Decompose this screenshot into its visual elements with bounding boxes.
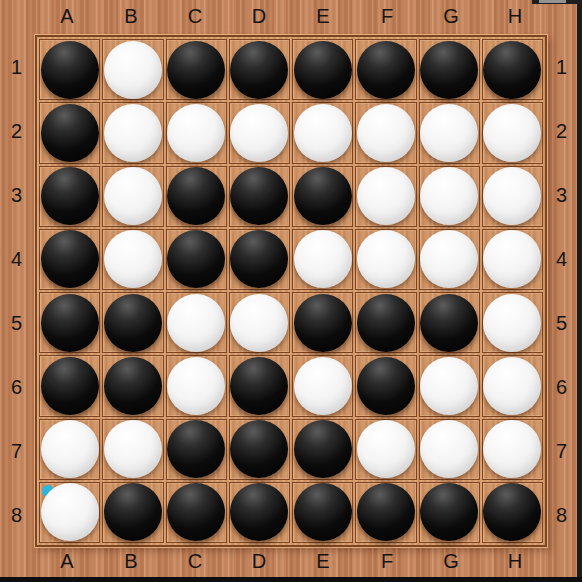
white-disc: ○ [420,167,478,225]
cell-C8[interactable]: ● [166,482,227,543]
white-disc: ○ [357,420,415,478]
cell-D5[interactable]: ○ [229,292,290,353]
column-label: H [483,545,547,578]
black-disc: ● [104,483,162,541]
cell-H2[interactable]: ○ [482,102,543,163]
cell-E7[interactable]: ● [292,419,353,480]
black-disc: ● [420,41,478,99]
cell-B3[interactable]: ○ [102,166,163,227]
row-label: 8 [545,483,578,547]
row-label: 8 [0,483,33,547]
cell-C4[interactable]: ● [166,229,227,290]
column-label: C [163,545,227,578]
cell-H4[interactable]: ○ [482,229,543,290]
black-disc: ● [41,104,99,162]
board-grid: ●○●●●●●●●○○○○○○○●○●●●○○○●○●●○○○○●●○○●●●○… [35,35,547,547]
cell-B8[interactable]: ● [102,482,163,543]
cell-F7[interactable]: ○ [355,419,416,480]
cell-C3[interactable]: ● [166,166,227,227]
row-labels-right: 12345678 [545,35,578,547]
cell-D2[interactable]: ○ [229,102,290,163]
white-disc: ○ [483,167,541,225]
row-label: 4 [0,227,33,291]
black-disc: ● [41,167,99,225]
cell-A1[interactable]: ● [39,39,100,100]
black-disc: ● [294,167,352,225]
cell-E4[interactable]: ○ [292,229,353,290]
cell-B5[interactable]: ● [102,292,163,353]
white-disc: ○ [483,230,541,288]
cell-A2[interactable]: ● [39,102,100,163]
cell-G8[interactable]: ● [419,482,480,543]
white-disc: ○ [420,104,478,162]
black-disc: ● [41,294,99,352]
cell-A6[interactable]: ● [39,355,100,416]
black-disc: ● [230,357,288,415]
black-disc: ● [41,230,99,288]
white-disc: ○ [483,357,541,415]
column-labels-bottom: ABCDEFGH [35,545,547,578]
cell-F6[interactable]: ● [355,355,416,416]
cell-G7[interactable]: ○ [419,419,480,480]
black-disc: ● [294,41,352,99]
cell-F1[interactable]: ● [355,39,416,100]
cell-A8[interactable]: ○ [39,482,100,543]
cell-B1[interactable]: ○ [102,39,163,100]
white-disc: ○ [483,420,541,478]
column-label: B [99,0,163,33]
cell-C6[interactable]: ○ [166,355,227,416]
cell-G3[interactable]: ○ [419,166,480,227]
cell-G1[interactable]: ● [419,39,480,100]
cell-A3[interactable]: ● [39,166,100,227]
white-disc: ○ [357,230,415,288]
white-disc: ○ [167,294,225,352]
black-disc: ● [167,167,225,225]
black-disc: ● [167,230,225,288]
othello-app: ABCDEFGH ABCDEFGH 12345678 12345678 ●○●●… [0,0,582,582]
row-label: 5 [0,291,33,355]
white-disc: ○ [167,357,225,415]
row-label: 6 [545,355,578,419]
cell-A4[interactable]: ● [39,229,100,290]
row-labels-left: 12345678 [0,35,33,547]
column-label: E [291,545,355,578]
row-label: 2 [0,99,33,163]
cell-B2[interactable]: ○ [102,102,163,163]
cell-D4[interactable]: ● [229,229,290,290]
cell-D8[interactable]: ● [229,482,290,543]
black-disc: ● [41,357,99,415]
row-label: 3 [0,163,33,227]
row-label: 4 [545,227,578,291]
white-disc: ○ [104,167,162,225]
cell-A7[interactable]: ○ [39,419,100,480]
white-disc: ○ [294,357,352,415]
white-disc: ○ [167,104,225,162]
white-disc: ○ [104,420,162,478]
cell-H7[interactable]: ○ [482,419,543,480]
white-disc: ○ [420,230,478,288]
cell-F3[interactable]: ○ [355,166,416,227]
row-label: 7 [545,419,578,483]
white-disc: ○ [420,420,478,478]
white-disc: ○ [104,104,162,162]
cell-G2[interactable]: ○ [419,102,480,163]
cell-D3[interactable]: ● [229,166,290,227]
black-disc: ● [294,420,352,478]
cell-C2[interactable]: ○ [166,102,227,163]
column-label: A [35,0,99,33]
column-labels-top: ABCDEFGH [35,0,547,33]
black-disc: ● [357,357,415,415]
row-label: 3 [545,163,578,227]
black-disc: ● [104,294,162,352]
cell-B7[interactable]: ○ [102,419,163,480]
cell-D6[interactable]: ● [229,355,290,416]
black-disc: ● [230,167,288,225]
column-label: D [227,545,291,578]
cell-D7[interactable]: ● [229,419,290,480]
screen-edge-bottom [0,577,582,582]
black-disc: ● [483,483,541,541]
black-disc: ● [357,294,415,352]
cell-F5[interactable]: ● [355,292,416,353]
cell-H5[interactable]: ○ [482,292,543,353]
white-disc: ○ [230,104,288,162]
row-label: 1 [545,35,578,99]
column-label: A [35,545,99,578]
white-disc: ○ [104,41,162,99]
cell-G5[interactable]: ● [419,292,480,353]
white-disc: ○ [294,104,352,162]
row-label: 7 [0,419,33,483]
column-label: C [163,0,227,33]
cell-H8[interactable]: ● [482,482,543,543]
cell-G6[interactable]: ○ [419,355,480,416]
column-label: E [291,0,355,33]
cell-F4[interactable]: ○ [355,229,416,290]
row-label: 6 [0,355,33,419]
black-disc: ● [41,41,99,99]
black-disc: ● [483,41,541,99]
black-disc: ● [294,294,352,352]
cell-B6[interactable]: ● [102,355,163,416]
row-label: 2 [545,99,578,163]
black-disc: ● [357,483,415,541]
black-disc: ● [230,483,288,541]
black-disc: ● [104,357,162,415]
cell-G4[interactable]: ○ [419,229,480,290]
row-label: 1 [0,35,33,99]
column-label: F [355,545,419,578]
cell-E3[interactable]: ● [292,166,353,227]
black-disc: ● [420,483,478,541]
cell-H3[interactable]: ○ [482,166,543,227]
white-disc: ○ [41,483,99,541]
cell-H1[interactable]: ● [482,39,543,100]
column-label: G [419,545,483,578]
cell-C1[interactable]: ● [166,39,227,100]
black-disc: ● [420,294,478,352]
white-disc: ○ [357,167,415,225]
black-disc: ● [167,483,225,541]
cell-C7[interactable]: ● [166,419,227,480]
black-disc: ● [230,230,288,288]
cell-F2[interactable]: ○ [355,102,416,163]
white-disc: ○ [357,104,415,162]
white-disc: ○ [294,230,352,288]
black-disc: ● [294,483,352,541]
white-disc: ○ [41,420,99,478]
cell-B4[interactable]: ○ [102,229,163,290]
cell-H6[interactable]: ○ [482,355,543,416]
cell-E6[interactable]: ○ [292,355,353,416]
cell-A5[interactable]: ● [39,292,100,353]
black-disc: ● [167,41,225,99]
black-disc: ● [230,420,288,478]
column-label: H [483,0,547,33]
black-disc: ● [230,41,288,99]
column-label: F [355,0,419,33]
black-disc: ● [357,41,415,99]
white-disc: ○ [420,357,478,415]
white-disc: ○ [483,104,541,162]
column-label: G [419,0,483,33]
cell-C5[interactable]: ○ [166,292,227,353]
cell-D1[interactable]: ● [229,39,290,100]
row-label: 5 [545,291,578,355]
column-label: B [99,545,163,578]
cell-E5[interactable]: ● [292,292,353,353]
white-disc: ○ [230,294,288,352]
black-disc: ● [167,420,225,478]
screen-edge-right [577,0,582,582]
window-tab-sliver [539,0,566,3]
column-label: D [227,0,291,33]
white-disc: ○ [104,230,162,288]
white-disc: ○ [483,294,541,352]
cell-E1[interactable]: ● [292,39,353,100]
cell-E2[interactable]: ○ [292,102,353,163]
cell-E8[interactable]: ● [292,482,353,543]
cell-F8[interactable]: ● [355,482,416,543]
